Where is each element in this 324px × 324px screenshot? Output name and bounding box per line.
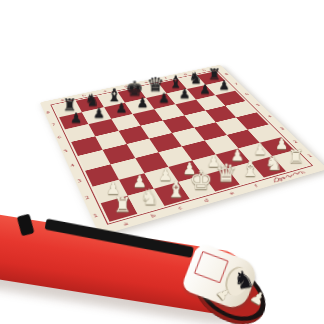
chess-board: abcdefgh abcdefgh 87654321 87654321 ♜♞♝♚… [40,65,324,236]
white-pawn: ♟ [247,143,273,158]
square-a4 [78,150,110,171]
rolled-board-edge [221,263,252,299]
white-pawn: ♟ [99,181,127,197]
chess-board-scene: abcdefgh abcdefgh 87654321 87654321 ♜♞♝♚… [56,17,288,249]
black-pawn: ♟ [213,79,235,92]
rolled-board-red-marking [194,251,229,283]
square-h2: ♟ [260,137,295,156]
